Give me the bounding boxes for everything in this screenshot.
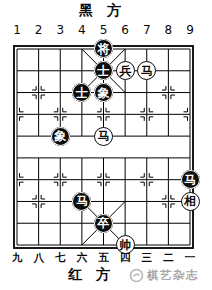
file-label: 4 — [72, 23, 92, 37]
file-label: 7 — [137, 23, 157, 37]
file-label: 9 — [180, 23, 200, 37]
magazine-logo-icon — [129, 268, 144, 283]
black-side-label: 黑 方 — [68, 2, 132, 20]
piece-red-horse[interactable]: 马 — [137, 61, 156, 80]
piece-black-advisor[interactable]: 士 — [72, 83, 91, 102]
top-file-numbers: 123456789 — [0, 23, 212, 37]
piece-black-elephant[interactable]: 象 — [51, 127, 70, 146]
piece-black-general[interactable]: 将 — [94, 39, 113, 58]
file-label: 3 — [50, 23, 70, 37]
piece-red-horse[interactable]: 马 — [94, 127, 113, 146]
file-label: 1 — [7, 23, 27, 37]
piece-black-horse[interactable]: 马 — [72, 192, 91, 211]
piece-black-elephant[interactable]: 象 — [94, 83, 113, 102]
xiangqi-board: 将士兵马士象象马马马相卒帅 — [6, 38, 201, 256]
piece-black-horse[interactable]: 马 — [181, 170, 200, 189]
file-label: 5 — [94, 23, 114, 37]
watermark: 棋艺杂志 — [129, 268, 199, 283]
file-label: 8 — [158, 23, 178, 37]
xiangqi-diagram: 黑 方 123456789 将士兵马士象象马马马相卒帅 九八七六五四三二一 红 … — [0, 0, 212, 290]
file-label: 2 — [29, 23, 49, 37]
piece-red-soldier[interactable]: 兵 — [116, 61, 135, 80]
file-label: 6 — [115, 23, 135, 37]
piece-red-elephant[interactable]: 相 — [181, 192, 200, 211]
piece-black-soldier[interactable]: 卒 — [94, 214, 113, 233]
red-side-label: 红 方 — [57, 266, 121, 284]
watermark-text: 棋艺杂志 — [147, 268, 199, 283]
piece-red-general[interactable]: 帅 — [116, 235, 135, 254]
piece-black-advisor[interactable]: 士 — [94, 61, 113, 80]
